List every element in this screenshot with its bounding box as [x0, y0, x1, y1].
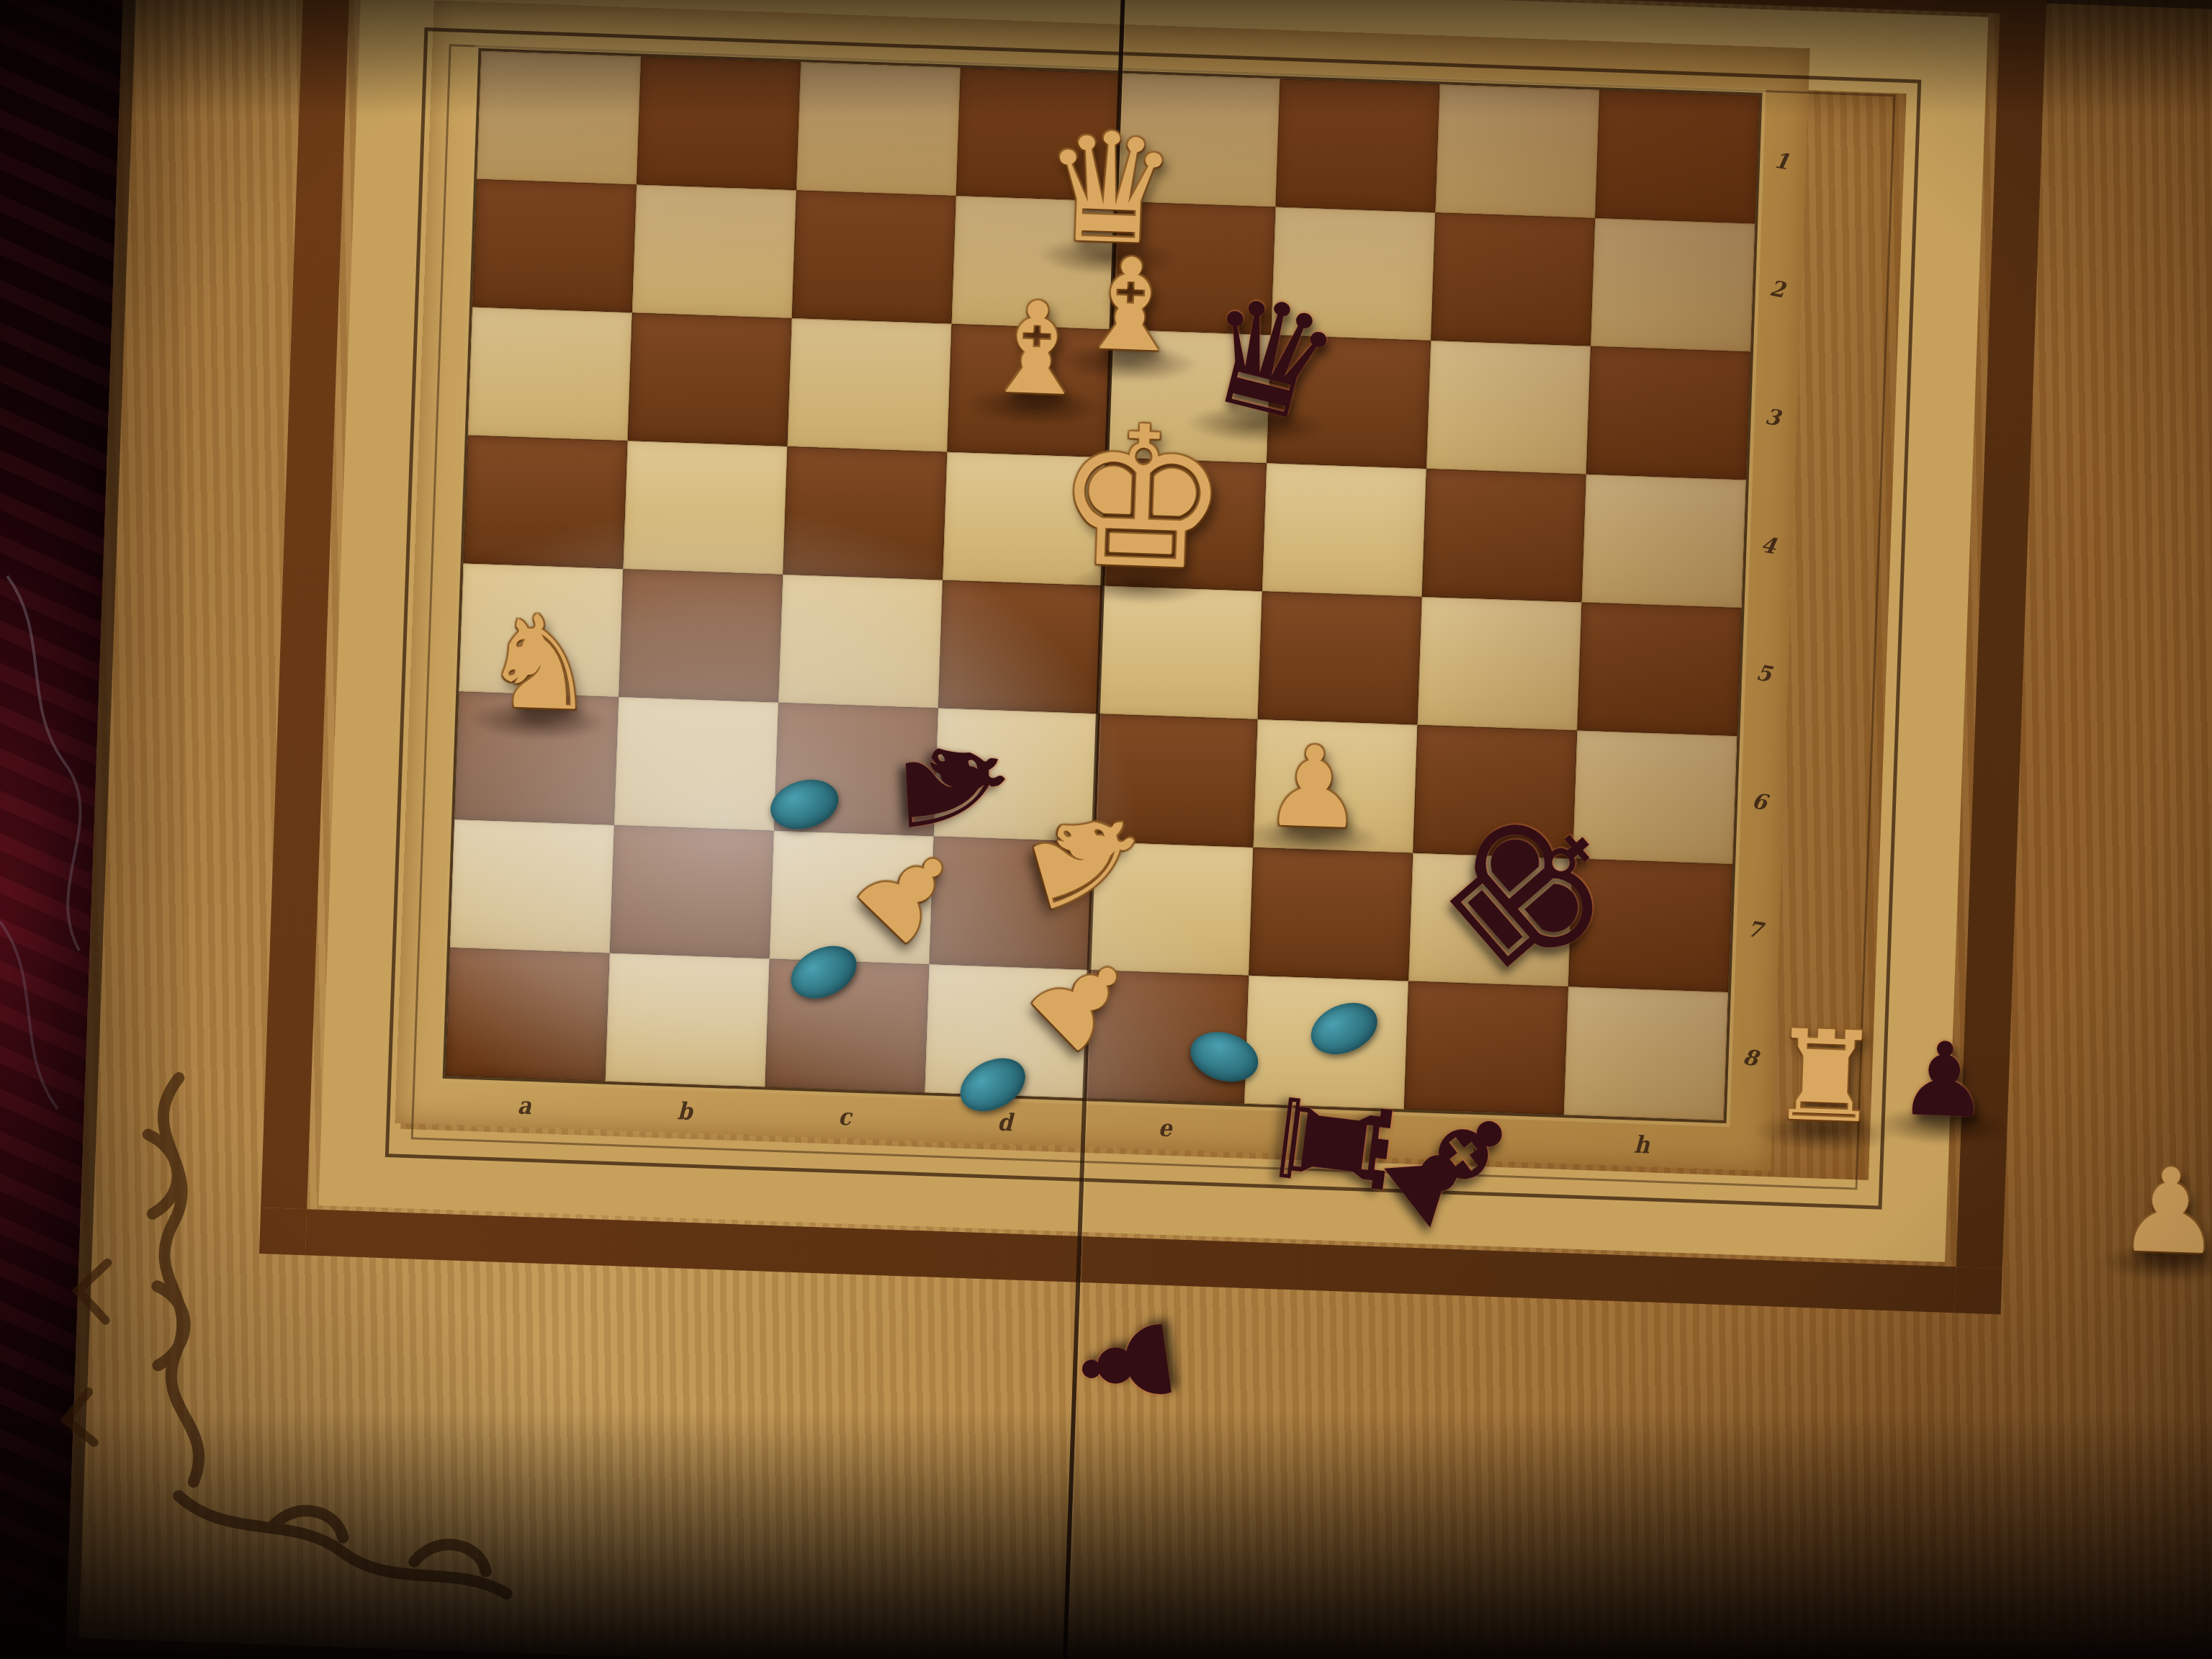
square-f8[interactable] — [1276, 79, 1440, 213]
square-c8[interactable] — [796, 62, 961, 196]
square-h5[interactable] — [1582, 475, 1746, 608]
square-b3[interactable] — [614, 697, 778, 831]
square-g5[interactable] — [1422, 469, 1586, 603]
rank-label-2: 2 — [1768, 275, 1787, 302]
square-c5[interactable] — [783, 446, 947, 580]
white-knight-icon: ♞ — [480, 597, 600, 729]
square-b8[interactable] — [637, 57, 801, 191]
square-b5[interactable] — [623, 441, 787, 575]
square-a2[interactable] — [450, 819, 614, 953]
square-b1[interactable] — [606, 953, 770, 1087]
rank-label-1: 1 — [1772, 147, 1791, 174]
rank-label-8: 8 — [1740, 1043, 1760, 1071]
corner-scrollwork-ornament — [53, 1046, 590, 1625]
rank-label-4: 4 — [1758, 531, 1778, 559]
square-a1[interactable] — [446, 948, 610, 1082]
square-f2[interactable] — [1249, 848, 1413, 981]
black-pawn-icon: ♟ — [1061, 1304, 1192, 1424]
black-pawn-icon: ♟ — [1897, 1028, 1992, 1133]
rank-label-6: 6 — [1750, 787, 1769, 814]
square-b4[interactable] — [619, 569, 783, 703]
square-h4[interactable] — [1577, 603, 1741, 737]
rank-label-7: 7 — [1745, 915, 1765, 943]
square-h8[interactable] — [1595, 90, 1759, 224]
square-h6[interactable] — [1586, 346, 1750, 480]
file-label-h: h — [1634, 1130, 1650, 1158]
white-bishop-icon: ♝ — [1071, 240, 1190, 371]
square-a7[interactable] — [472, 179, 637, 313]
square-g6[interactable] — [1426, 341, 1591, 475]
square-h7[interactable] — [1591, 218, 1755, 352]
square-f5[interactable] — [1262, 463, 1426, 597]
square-b7[interactable] — [632, 184, 796, 318]
white-king-icon: ♚ — [1052, 398, 1233, 598]
square-h1[interactable] — [1564, 986, 1728, 1120]
square-a5[interactable] — [464, 435, 628, 569]
square-f4[interactable] — [1258, 591, 1422, 725]
file-label-d: d — [997, 1108, 1012, 1136]
square-a6[interactable] — [468, 307, 632, 441]
square-c7[interactable] — [792, 190, 956, 324]
photo-stage: abcdefgh 12345678 ♞♝♛♝♚♟♛♞♟♞♟♚♜♝♟♜♟♟ — [0, 0, 2212, 1659]
file-label-c: c — [838, 1102, 853, 1130]
square-g4[interactable] — [1418, 597, 1582, 731]
folding-chess-board: abcdefgh 12345678 ♞♝♛♝♚♟♛♞♟♞♟♚♜♝♟♜♟♟ — [66, 0, 2212, 1659]
white-pawn-icon: ♟ — [1262, 730, 1365, 845]
square-c4[interactable] — [778, 575, 943, 709]
file-label-a: a — [517, 1091, 532, 1119]
square-c6[interactable] — [788, 318, 952, 452]
file-label-e: e — [1158, 1113, 1172, 1141]
square-g8[interactable] — [1435, 84, 1599, 218]
rank-label-5: 5 — [1754, 659, 1773, 686]
file-label-b: b — [677, 1097, 693, 1125]
rank-label-3: 3 — [1763, 403, 1782, 431]
square-g7[interactable] — [1431, 212, 1595, 346]
square-a8[interactable] — [477, 51, 641, 185]
white-pawn-icon: ♟ — [2116, 1151, 2212, 1272]
square-b6[interactable] — [628, 313, 792, 446]
square-b2[interactable] — [610, 825, 774, 959]
white-rook-icon: ♜ — [1767, 1013, 1883, 1141]
